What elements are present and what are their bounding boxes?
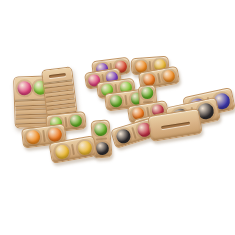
tile-half-corn <box>50 143 73 160</box>
green-apple-fruit-spot <box>141 87 154 100</box>
tile-half-green-apple <box>66 114 85 128</box>
tile-half-corn <box>73 139 96 156</box>
domino-product-photo <box>0 0 235 235</box>
orange-fruit-spot <box>25 130 41 146</box>
tile-back-slot <box>49 73 66 78</box>
green-apple-fruit-spot <box>109 95 122 108</box>
tile-back-slot <box>160 121 189 128</box>
tile-half-mushroom <box>95 139 109 157</box>
corn-fruit-spot <box>76 139 92 155</box>
tile-half-green-apple <box>105 94 125 108</box>
tile-half-orange <box>22 129 44 145</box>
mushroom-fruit-spot <box>95 141 109 155</box>
mushroom-fruit-spot <box>115 127 132 144</box>
plum-fruit-spot <box>17 81 31 95</box>
tile-half-green-apple <box>141 86 154 101</box>
green-apple-fruit-spot <box>69 114 82 127</box>
tile-half-green-apple <box>93 121 107 139</box>
orange-fruit-spot <box>162 69 176 83</box>
tile-half-orange <box>159 69 179 84</box>
corn-fruit-spot <box>54 143 70 159</box>
green-apple-fruit-spot <box>94 122 108 136</box>
